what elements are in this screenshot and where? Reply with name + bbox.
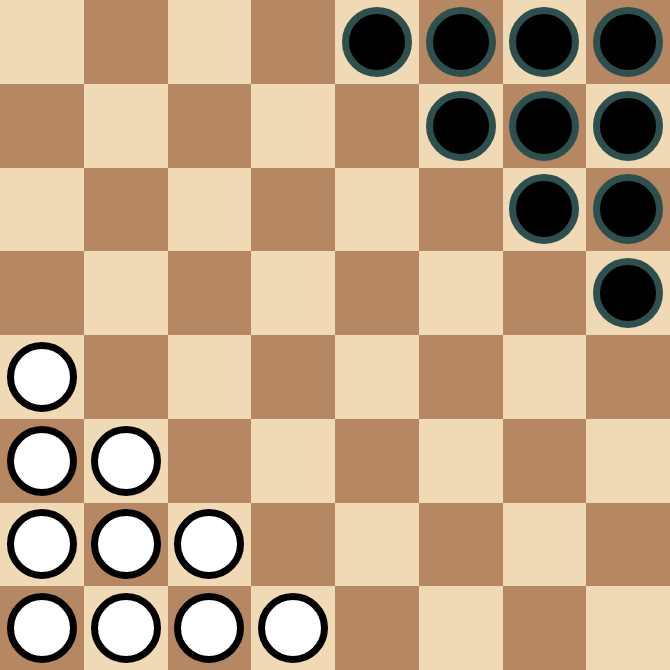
game-board: ●●●●●●●●●●○○○○○○○○○○ — [0, 0, 670, 670]
square-f1[interactable] — [419, 586, 503, 670]
black-piece[interactable]: ● — [342, 7, 412, 77]
white-piece[interactable]: ○ — [7, 593, 77, 663]
white-piece[interactable]: ○ — [7, 509, 77, 579]
square-g7[interactable]: ● — [503, 84, 587, 168]
square-f8[interactable]: ● — [419, 0, 503, 84]
square-a6[interactable] — [0, 168, 84, 252]
square-h8[interactable]: ● — [586, 0, 670, 84]
square-d2[interactable] — [251, 503, 335, 587]
square-c2[interactable]: ○ — [168, 503, 252, 587]
square-d7[interactable] — [251, 84, 335, 168]
square-h3[interactable] — [586, 419, 670, 503]
white-piece[interactable]: ○ — [91, 426, 161, 496]
square-h1[interactable] — [586, 586, 670, 670]
square-f4[interactable] — [419, 335, 503, 419]
square-b3[interactable]: ○ — [84, 419, 168, 503]
square-e1[interactable] — [335, 586, 419, 670]
black-piece[interactable]: ● — [593, 174, 663, 244]
square-c5[interactable] — [168, 251, 252, 335]
square-c8[interactable] — [168, 0, 252, 84]
square-a1[interactable]: ○ — [0, 586, 84, 670]
square-a4[interactable]: ○ — [0, 335, 84, 419]
black-piece[interactable]: ● — [509, 91, 579, 161]
square-b5[interactable] — [84, 251, 168, 335]
white-piece[interactable]: ○ — [7, 426, 77, 496]
square-h6[interactable]: ● — [586, 168, 670, 252]
square-d6[interactable] — [251, 168, 335, 252]
square-f7[interactable]: ● — [419, 84, 503, 168]
square-h2[interactable] — [586, 503, 670, 587]
square-c7[interactable] — [168, 84, 252, 168]
square-f5[interactable] — [419, 251, 503, 335]
square-e2[interactable] — [335, 503, 419, 587]
square-d1[interactable]: ○ — [251, 586, 335, 670]
black-piece[interactable]: ● — [426, 91, 496, 161]
square-a5[interactable] — [0, 251, 84, 335]
square-e8[interactable]: ● — [335, 0, 419, 84]
black-piece[interactable]: ● — [426, 7, 496, 77]
square-a8[interactable] — [0, 0, 84, 84]
square-b2[interactable]: ○ — [84, 503, 168, 587]
square-a7[interactable] — [0, 84, 84, 168]
white-piece[interactable]: ○ — [174, 509, 244, 579]
square-g8[interactable]: ● — [503, 0, 587, 84]
white-piece[interactable]: ○ — [91, 593, 161, 663]
black-piece[interactable]: ● — [593, 91, 663, 161]
square-e7[interactable] — [335, 84, 419, 168]
square-a2[interactable]: ○ — [0, 503, 84, 587]
square-c3[interactable] — [168, 419, 252, 503]
square-c4[interactable] — [168, 335, 252, 419]
white-piece[interactable]: ○ — [258, 593, 328, 663]
square-g1[interactable] — [503, 586, 587, 670]
square-e3[interactable] — [335, 419, 419, 503]
square-g4[interactable] — [503, 335, 587, 419]
square-h4[interactable] — [586, 335, 670, 419]
square-f3[interactable] — [419, 419, 503, 503]
square-g2[interactable] — [503, 503, 587, 587]
black-piece[interactable]: ● — [593, 258, 663, 328]
square-e5[interactable] — [335, 251, 419, 335]
black-piece[interactable]: ● — [593, 7, 663, 77]
square-b8[interactable] — [84, 0, 168, 84]
square-g5[interactable] — [503, 251, 587, 335]
square-d8[interactable] — [251, 0, 335, 84]
white-piece[interactable]: ○ — [7, 342, 77, 412]
white-piece[interactable]: ○ — [91, 509, 161, 579]
square-h5[interactable]: ● — [586, 251, 670, 335]
square-d3[interactable] — [251, 419, 335, 503]
square-b6[interactable] — [84, 168, 168, 252]
square-e4[interactable] — [335, 335, 419, 419]
square-d5[interactable] — [251, 251, 335, 335]
square-a3[interactable]: ○ — [0, 419, 84, 503]
square-d4[interactable] — [251, 335, 335, 419]
square-f2[interactable] — [419, 503, 503, 587]
square-g3[interactable] — [503, 419, 587, 503]
black-piece[interactable]: ● — [509, 174, 579, 244]
white-piece[interactable]: ○ — [174, 593, 244, 663]
square-f6[interactable] — [419, 168, 503, 252]
black-piece[interactable]: ● — [509, 7, 579, 77]
square-e6[interactable] — [335, 168, 419, 252]
square-b7[interactable] — [84, 84, 168, 168]
square-b1[interactable]: ○ — [84, 586, 168, 670]
square-b4[interactable] — [84, 335, 168, 419]
square-c6[interactable] — [168, 168, 252, 252]
square-g6[interactable]: ● — [503, 168, 587, 252]
square-c1[interactable]: ○ — [168, 586, 252, 670]
square-h7[interactable]: ● — [586, 84, 670, 168]
